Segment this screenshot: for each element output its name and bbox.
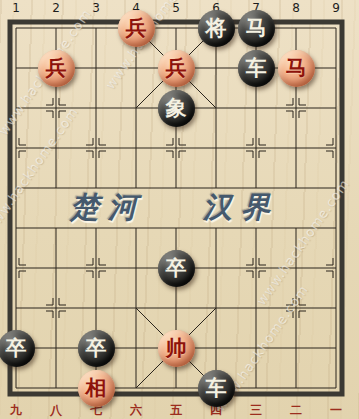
piece-red-soldier[interactable]: 兵: [158, 50, 195, 87]
piece-black-soldier[interactable]: 卒: [0, 330, 35, 367]
file-label-bottom-9: 一: [330, 402, 342, 419]
piece-black-elephant[interactable]: 象: [158, 90, 195, 127]
file-label-bottom-1: 九: [10, 402, 22, 419]
file-label-top-5: 5: [172, 1, 180, 15]
xiangqi-board: 123456789 九八七六五四三二一 楚河 汉界 www.hackhome.c…: [0, 0, 359, 419]
file-label-top-8: 8: [292, 1, 300, 15]
file-label-top-3: 3: [92, 1, 100, 15]
piece-black-soldier[interactable]: 卒: [158, 250, 195, 287]
file-label-top-1: 1: [12, 1, 20, 15]
file-label-bottom-4: 六: [130, 402, 142, 419]
piece-black-chariot[interactable]: 车: [198, 370, 235, 407]
piece-red-soldier[interactable]: 兵: [38, 50, 75, 87]
piece-red-elephant[interactable]: 相: [78, 370, 115, 407]
piece-red-soldier[interactable]: 兵: [118, 10, 155, 47]
file-label-bottom-2: 八: [50, 402, 62, 419]
file-label-bottom-8: 二: [290, 402, 302, 419]
piece-black-soldier[interactable]: 卒: [78, 330, 115, 367]
file-label-top-2: 2: [52, 1, 60, 15]
river-label-chu: 楚河: [70, 189, 146, 225]
piece-black-chariot[interactable]: 车: [238, 50, 275, 87]
piece-black-general[interactable]: 将: [198, 10, 235, 47]
piece-red-horse[interactable]: 马: [278, 50, 315, 87]
piece-black-horse[interactable]: 马: [238, 10, 275, 47]
river-label-han: 汉界: [203, 189, 279, 225]
file-label-bottom-5: 五: [170, 402, 182, 419]
file-label-bottom-7: 三: [250, 402, 262, 419]
file-label-top-9: 9: [332, 1, 340, 15]
piece-red-general[interactable]: 帅: [158, 330, 195, 367]
